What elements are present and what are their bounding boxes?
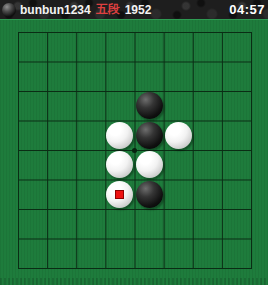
- center-dot: [132, 148, 137, 153]
- white-stone-f4: [165, 122, 192, 149]
- cell-a8[interactable]: [18, 239, 47, 269]
- cell-b7[interactable]: [47, 209, 76, 239]
- cell-e7[interactable]: [135, 209, 164, 239]
- cell-b2[interactable]: [47, 62, 76, 92]
- player-info-bar: bunbun1234 五段 1952 04:57: [0, 0, 268, 19]
- cell-b6[interactable]: [47, 180, 76, 210]
- cell-a4[interactable]: [18, 121, 47, 151]
- cell-b4[interactable]: [47, 121, 76, 151]
- othello-board: [0, 19, 268, 285]
- cell-e2[interactable]: [135, 62, 164, 92]
- cell-h2[interactable]: [222, 62, 251, 92]
- cell-e6[interactable]: [135, 180, 164, 210]
- cell-g2[interactable]: [193, 62, 222, 92]
- cell-e1[interactable]: [135, 32, 164, 62]
- cell-a1[interactable]: [18, 32, 47, 62]
- white-stone-d5: [106, 151, 133, 178]
- cell-d2[interactable]: [105, 62, 134, 92]
- black-stone-e3: [136, 92, 163, 119]
- cell-a3[interactable]: [18, 91, 47, 121]
- cell-d8[interactable]: [105, 239, 134, 269]
- cell-g3[interactable]: [193, 91, 222, 121]
- cell-c3[interactable]: [76, 91, 105, 121]
- cell-a6[interactable]: [18, 180, 47, 210]
- cell-g8[interactable]: [193, 239, 222, 269]
- black-stone-e6: [136, 181, 163, 208]
- cell-h1[interactable]: [222, 32, 251, 62]
- white-stone-e5: [136, 151, 163, 178]
- cell-f3[interactable]: [164, 91, 193, 121]
- white-stone-d6: [106, 181, 133, 208]
- cell-e8[interactable]: [135, 239, 164, 269]
- cell-h5[interactable]: [222, 150, 251, 180]
- cell-d5[interactable]: [105, 150, 134, 180]
- player-name: bunbun1234: [20, 3, 91, 17]
- cell-d6[interactable]: [105, 180, 134, 210]
- cell-h3[interactable]: [222, 91, 251, 121]
- cell-e5[interactable]: [135, 150, 164, 180]
- cell-c2[interactable]: [76, 62, 105, 92]
- cell-g7[interactable]: [193, 209, 222, 239]
- cell-b8[interactable]: [47, 239, 76, 269]
- player-rating: 1952: [125, 3, 152, 17]
- cell-e3[interactable]: [135, 91, 164, 121]
- cell-f8[interactable]: [164, 239, 193, 269]
- cell-c8[interactable]: [76, 239, 105, 269]
- cell-g1[interactable]: [193, 32, 222, 62]
- cell-e4[interactable]: [135, 121, 164, 151]
- cell-h7[interactable]: [222, 209, 251, 239]
- cell-h6[interactable]: [222, 180, 251, 210]
- cell-f7[interactable]: [164, 209, 193, 239]
- cell-h4[interactable]: [222, 121, 251, 151]
- cell-f1[interactable]: [164, 32, 193, 62]
- cell-b3[interactable]: [47, 91, 76, 121]
- cell-a7[interactable]: [18, 209, 47, 239]
- cell-d4[interactable]: [105, 121, 134, 151]
- cell-f5[interactable]: [164, 150, 193, 180]
- cell-g6[interactable]: [193, 180, 222, 210]
- white-stone-d4: [106, 122, 133, 149]
- cell-g4[interactable]: [193, 121, 222, 151]
- black-stone-icon: [2, 3, 16, 17]
- cell-a5[interactable]: [18, 150, 47, 180]
- cell-d1[interactable]: [105, 32, 134, 62]
- cell-f2[interactable]: [164, 62, 193, 92]
- cell-c4[interactable]: [76, 121, 105, 151]
- last-move-marker: [115, 190, 124, 199]
- game-clock: 04:57: [229, 2, 265, 17]
- player-rank: 五段: [96, 1, 120, 18]
- cell-f6[interactable]: [164, 180, 193, 210]
- cell-c6[interactable]: [76, 180, 105, 210]
- cell-d7[interactable]: [105, 209, 134, 239]
- othello-game-screen: bunbun1234 五段 1952 04:57: [0, 0, 268, 285]
- cell-b5[interactable]: [47, 150, 76, 180]
- cell-a2[interactable]: [18, 62, 47, 92]
- cell-c5[interactable]: [76, 150, 105, 180]
- cell-d3[interactable]: [105, 91, 134, 121]
- cell-c7[interactable]: [76, 209, 105, 239]
- cell-g5[interactable]: [193, 150, 222, 180]
- cell-h8[interactable]: [222, 239, 251, 269]
- cell-b1[interactable]: [47, 32, 76, 62]
- cell-f4[interactable]: [164, 121, 193, 151]
- black-stone-e4: [136, 122, 163, 149]
- cell-c1[interactable]: [76, 32, 105, 62]
